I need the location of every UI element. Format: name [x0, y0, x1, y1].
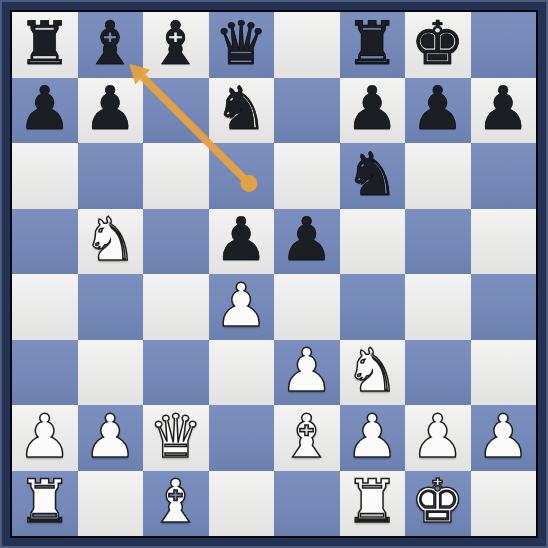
square-a1[interactable]: ♜ [12, 471, 78, 537]
square-a7[interactable]: ♟ [12, 78, 78, 144]
piece-black-bishop[interactable]: ♝ [149, 13, 203, 73]
square-b3[interactable] [78, 340, 144, 406]
piece-white-knight[interactable]: ♞ [83, 209, 137, 269]
piece-white-pawn[interactable]: ♟ [345, 406, 399, 466]
piece-black-knight[interactable]: ♞ [214, 78, 268, 138]
square-h7[interactable]: ♟ [471, 78, 537, 144]
square-f7[interactable]: ♟ [340, 78, 406, 144]
square-b2[interactable]: ♟ [78, 405, 144, 471]
square-e6[interactable] [274, 143, 340, 209]
piece-white-rook[interactable]: ♜ [18, 471, 72, 531]
piece-white-king[interactable]: ♚ [411, 471, 465, 531]
square-h1[interactable] [471, 471, 537, 537]
square-h3[interactable] [471, 340, 537, 406]
piece-black-bishop[interactable]: ♝ [83, 13, 137, 73]
square-g3[interactable] [405, 340, 471, 406]
square-d3[interactable] [209, 340, 275, 406]
piece-white-knight[interactable]: ♞ [345, 340, 399, 400]
square-a3[interactable] [12, 340, 78, 406]
square-f3[interactable]: ♞ [340, 340, 406, 406]
square-b5[interactable]: ♞ [78, 209, 144, 275]
square-g1[interactable]: ♚ [405, 471, 471, 537]
square-a2[interactable]: ♟ [12, 405, 78, 471]
square-g4[interactable] [405, 274, 471, 340]
square-d4[interactable]: ♟ [209, 274, 275, 340]
piece-black-pawn[interactable]: ♟ [280, 209, 334, 269]
square-c2[interactable]: ♛ [143, 405, 209, 471]
square-c6[interactable] [143, 143, 209, 209]
square-c5[interactable] [143, 209, 209, 275]
square-b7[interactable]: ♟ [78, 78, 144, 144]
piece-white-pawn[interactable]: ♟ [476, 406, 530, 466]
square-b8[interactable]: ♝ [78, 12, 144, 78]
piece-black-pawn[interactable]: ♟ [214, 209, 268, 269]
piece-white-pawn[interactable]: ♟ [280, 340, 334, 400]
piece-white-rook[interactable]: ♜ [345, 471, 399, 531]
square-f4[interactable] [340, 274, 406, 340]
piece-black-king[interactable]: ♚ [411, 13, 465, 73]
square-h2[interactable]: ♟ [471, 405, 537, 471]
square-f1[interactable]: ♜ [340, 471, 406, 537]
piece-white-queen[interactable]: ♛ [149, 406, 203, 466]
piece-white-pawn[interactable]: ♟ [214, 275, 268, 335]
piece-white-bishop[interactable]: ♝ [280, 406, 334, 466]
board-frame: ♜♝♝♛♜♚♟♟♞♟♟♟♞♞♟♟♟♟♞♟♟♛♝♟♟♟♜♝♜♚ [0, 0, 548, 548]
piece-black-pawn[interactable]: ♟ [18, 78, 72, 138]
piece-black-pawn[interactable]: ♟ [411, 78, 465, 138]
square-d1[interactable] [209, 471, 275, 537]
square-a4[interactable] [12, 274, 78, 340]
square-f5[interactable] [340, 209, 406, 275]
square-e1[interactable] [274, 471, 340, 537]
piece-black-rook[interactable]: ♜ [345, 13, 399, 73]
square-c1[interactable]: ♝ [143, 471, 209, 537]
square-e2[interactable]: ♝ [274, 405, 340, 471]
square-c7[interactable] [143, 78, 209, 144]
square-e5[interactable]: ♟ [274, 209, 340, 275]
square-d2[interactable] [209, 405, 275, 471]
square-d5[interactable]: ♟ [209, 209, 275, 275]
piece-black-queen[interactable]: ♛ [214, 13, 268, 73]
square-c3[interactable] [143, 340, 209, 406]
square-a5[interactable] [12, 209, 78, 275]
square-h4[interactable] [471, 274, 537, 340]
square-d7[interactable]: ♞ [209, 78, 275, 144]
piece-white-bishop[interactable]: ♝ [149, 471, 203, 531]
square-e4[interactable] [274, 274, 340, 340]
square-f2[interactable]: ♟ [340, 405, 406, 471]
square-g8[interactable]: ♚ [405, 12, 471, 78]
square-e8[interactable] [274, 12, 340, 78]
chess-board: ♜♝♝♛♜♚♟♟♞♟♟♟♞♞♟♟♟♟♞♟♟♛♝♟♟♟♜♝♜♚ [12, 12, 536, 536]
square-c4[interactable] [143, 274, 209, 340]
square-b6[interactable] [78, 143, 144, 209]
square-e7[interactable] [274, 78, 340, 144]
piece-black-pawn[interactable]: ♟ [476, 78, 530, 138]
square-h8[interactable] [471, 12, 537, 78]
piece-black-pawn[interactable]: ♟ [345, 78, 399, 138]
square-f8[interactable]: ♜ [340, 12, 406, 78]
square-g6[interactable] [405, 143, 471, 209]
piece-white-pawn[interactable]: ♟ [83, 406, 137, 466]
square-g2[interactable]: ♟ [405, 405, 471, 471]
square-d8[interactable]: ♛ [209, 12, 275, 78]
square-g7[interactable]: ♟ [405, 78, 471, 144]
square-f6[interactable]: ♞ [340, 143, 406, 209]
square-a6[interactable] [12, 143, 78, 209]
square-d6[interactable] [209, 143, 275, 209]
piece-black-rook[interactable]: ♜ [18, 13, 72, 73]
square-h6[interactable] [471, 143, 537, 209]
square-c8[interactable]: ♝ [143, 12, 209, 78]
piece-white-pawn[interactable]: ♟ [18, 406, 72, 466]
piece-black-pawn[interactable]: ♟ [83, 78, 137, 138]
square-e3[interactable]: ♟ [274, 340, 340, 406]
square-h5[interactable] [471, 209, 537, 275]
square-g5[interactable] [405, 209, 471, 275]
square-b1[interactable] [78, 471, 144, 537]
piece-white-pawn[interactable]: ♟ [411, 406, 465, 466]
square-a8[interactable]: ♜ [12, 12, 78, 78]
piece-black-knight[interactable]: ♞ [345, 144, 399, 204]
square-b4[interactable] [78, 274, 144, 340]
